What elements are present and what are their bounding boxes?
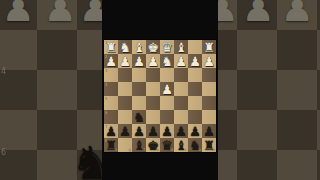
- square[interactable]: [188, 68, 202, 82]
- square[interactable]: 7♟: [104, 124, 118, 138]
- square[interactable]: ♟: [132, 54, 146, 68]
- square[interactable]: ♟: [146, 54, 160, 68]
- black-pawn-piece: ♟: [119, 125, 131, 138]
- white-pawn-piece: ♟: [133, 55, 145, 68]
- chess-board[interactable]: 1♜♞♝♚♛♝♜2♟♟♟♟♞♟♟♟34♟56♞7♟♟♟♟♟♟♟♟8h♜gf♝e♚…: [104, 40, 216, 152]
- square[interactable]: [146, 96, 160, 110]
- white-knight-piece: ♞: [119, 41, 131, 54]
- square[interactable]: 4: [104, 82, 118, 96]
- square[interactable]: [202, 96, 216, 110]
- square[interactable]: [202, 110, 216, 124]
- white-king-piece: ♚: [147, 41, 159, 54]
- square[interactable]: ♚: [146, 40, 160, 54]
- square[interactable]: [174, 82, 188, 96]
- black-knight-piece: ♞: [133, 111, 145, 124]
- square[interactable]: e♚: [146, 138, 160, 152]
- square[interactable]: [160, 96, 174, 110]
- white-bishop-piece: ♝: [133, 41, 145, 54]
- square[interactable]: [146, 110, 160, 124]
- file-label: h: [114, 148, 117, 152]
- square[interactable]: 8h♜: [104, 138, 118, 152]
- square[interactable]: a♜: [202, 138, 216, 152]
- square[interactable]: ♟: [132, 124, 146, 138]
- square[interactable]: [174, 96, 188, 110]
- black-pawn-piece: ♟: [161, 125, 173, 138]
- black-pawn-piece: ♟: [133, 125, 145, 138]
- app-screenshot-strip: 1♜♞♝♚♛♝♜2♟♟♟♟♞♟♟♟34♟56♞7♟♟♟♟♟♟♟♟8h♜gf♝e♚…: [102, 0, 218, 180]
- square[interactable]: [202, 68, 216, 82]
- square[interactable]: [132, 68, 146, 82]
- square[interactable]: 3: [104, 68, 118, 82]
- white-queen-piece: ♛: [161, 41, 173, 54]
- square[interactable]: ♝: [132, 40, 146, 54]
- black-pawn-piece: ♟: [147, 125, 159, 138]
- square[interactable]: ♟: [160, 124, 174, 138]
- rank-label: 3: [105, 69, 108, 73]
- white-pawn-piece: ♟: [119, 55, 131, 68]
- file-label: d: [170, 148, 173, 152]
- square[interactable]: [160, 68, 174, 82]
- square[interactable]: ♟: [202, 54, 216, 68]
- white-pawn-piece: ♟: [161, 83, 173, 96]
- square[interactable]: ♟: [118, 54, 132, 68]
- square[interactable]: [118, 68, 132, 82]
- square[interactable]: 2♟: [104, 54, 118, 68]
- square[interactable]: ♟: [174, 124, 188, 138]
- square[interactable]: ♝: [174, 40, 188, 54]
- rank-label: 7: [105, 125, 108, 129]
- black-pawn-piece: ♟: [189, 125, 201, 138]
- square[interactable]: g: [118, 138, 132, 152]
- white-pawn-piece: ♟: [147, 55, 159, 68]
- square[interactable]: ♞: [118, 40, 132, 54]
- square[interactable]: [188, 110, 202, 124]
- file-label: e: [157, 148, 159, 152]
- shorts-frame: ♟♟♟♟♟♟♞46 1♜♞♝♚♛♝♜2♟♟♟♟♞♟♟♟34♟56♞7♟♟♟♟♟♟…: [0, 0, 320, 180]
- file-label: a: [213, 148, 215, 152]
- square[interactable]: ♛: [160, 40, 174, 54]
- black-pawn-piece: ♟: [203, 125, 215, 138]
- white-rook-piece: ♜: [203, 41, 215, 54]
- file-label: f: [144, 148, 145, 152]
- square[interactable]: d♛: [160, 138, 174, 152]
- square[interactable]: [132, 82, 146, 96]
- white-knight-piece: ♞: [161, 55, 173, 68]
- rank-label: 1: [105, 41, 108, 45]
- square[interactable]: 1♜: [104, 40, 118, 54]
- square[interactable]: ♟: [174, 54, 188, 68]
- white-pawn-piece: ♟: [203, 55, 215, 68]
- square[interactable]: b♞: [188, 138, 202, 152]
- file-label: c: [185, 148, 187, 152]
- square[interactable]: [174, 110, 188, 124]
- square[interactable]: ♜: [202, 40, 216, 54]
- white-bishop-piece: ♝: [175, 41, 187, 54]
- square[interactable]: [188, 40, 202, 54]
- square[interactable]: [202, 82, 216, 96]
- square[interactable]: f♝: [132, 138, 146, 152]
- square[interactable]: c♝: [174, 138, 188, 152]
- square[interactable]: 6: [104, 110, 118, 124]
- rank-label: 4: [105, 83, 108, 87]
- square[interactable]: [188, 96, 202, 110]
- square[interactable]: [118, 96, 132, 110]
- square[interactable]: [146, 68, 160, 82]
- square[interactable]: [132, 96, 146, 110]
- square[interactable]: [188, 82, 202, 96]
- square[interactable]: ♟: [146, 124, 160, 138]
- square[interactable]: ♟: [188, 124, 202, 138]
- rank-label: 8: [105, 139, 108, 143]
- rank-label: 2: [105, 55, 108, 59]
- rank-label: 5: [105, 97, 108, 101]
- white-pawn-piece: ♟: [175, 55, 187, 68]
- square[interactable]: ♟: [160, 82, 174, 96]
- file-label: g: [128, 148, 131, 152]
- rank-label: 6: [105, 111, 108, 115]
- square[interactable]: ♟: [188, 54, 202, 68]
- square[interactable]: 5: [104, 96, 118, 110]
- square[interactable]: ♞: [160, 54, 174, 68]
- black-pawn-piece: ♟: [175, 125, 187, 138]
- square[interactable]: ♟: [202, 124, 216, 138]
- square[interactable]: ♞: [132, 110, 146, 124]
- square[interactable]: [174, 68, 188, 82]
- square[interactable]: [118, 110, 132, 124]
- square[interactable]: [118, 82, 132, 96]
- white-pawn-piece: ♟: [189, 55, 201, 68]
- square[interactable]: [146, 82, 160, 96]
- file-label: b: [198, 148, 201, 152]
- square[interactable]: [160, 110, 174, 124]
- square[interactable]: ♟: [118, 124, 132, 138]
